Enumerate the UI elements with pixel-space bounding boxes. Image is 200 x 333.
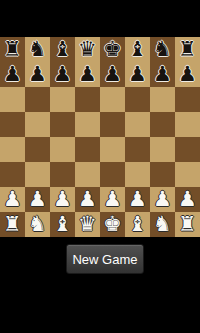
black-bishop: ♝ <box>125 37 150 62</box>
square-d4[interactable] <box>75 137 100 162</box>
white-pawn: ♟ <box>75 187 100 212</box>
black-queen: ♛ <box>75 37 100 62</box>
square-d2[interactable]: ♟ <box>75 187 100 212</box>
square-f5[interactable] <box>125 112 150 137</box>
square-c3[interactable] <box>50 162 75 187</box>
square-f1[interactable]: ♝ <box>125 212 150 237</box>
white-rook: ♜ <box>0 212 25 237</box>
square-g7[interactable]: ♟ <box>150 62 175 87</box>
square-h3[interactable] <box>175 162 200 187</box>
square-f2[interactable]: ♟ <box>125 187 150 212</box>
square-b2[interactable]: ♟ <box>25 187 50 212</box>
square-e5[interactable] <box>100 112 125 137</box>
square-f3[interactable] <box>125 162 150 187</box>
square-c7[interactable]: ♟ <box>50 62 75 87</box>
square-f6[interactable] <box>125 87 150 112</box>
square-a2[interactable]: ♟ <box>0 187 25 212</box>
square-g4[interactable] <box>150 137 175 162</box>
square-e4[interactable] <box>100 137 125 162</box>
square-b6[interactable] <box>25 87 50 112</box>
white-king: ♚ <box>100 212 125 237</box>
black-knight: ♞ <box>25 37 50 62</box>
black-pawn: ♟ <box>175 62 200 87</box>
square-b3[interactable] <box>25 162 50 187</box>
square-e3[interactable] <box>100 162 125 187</box>
square-d5[interactable] <box>75 112 100 137</box>
square-d3[interactable] <box>75 162 100 187</box>
square-d7[interactable]: ♟ <box>75 62 100 87</box>
white-pawn: ♟ <box>175 187 200 212</box>
square-a4[interactable] <box>0 137 25 162</box>
square-b7[interactable]: ♟ <box>25 62 50 87</box>
square-b8[interactable]: ♞ <box>25 37 50 62</box>
black-rook: ♜ <box>0 37 25 62</box>
square-g6[interactable] <box>150 87 175 112</box>
white-pawn: ♟ <box>25 187 50 212</box>
square-c8[interactable]: ♝ <box>50 37 75 62</box>
square-b5[interactable] <box>25 112 50 137</box>
square-c6[interactable] <box>50 87 75 112</box>
black-pawn: ♟ <box>0 62 25 87</box>
square-d1[interactable]: ♛ <box>75 212 100 237</box>
square-c4[interactable] <box>50 137 75 162</box>
black-pawn: ♟ <box>75 62 100 87</box>
white-pawn: ♟ <box>50 187 75 212</box>
black-pawn: ♟ <box>25 62 50 87</box>
square-c1[interactable]: ♝ <box>50 212 75 237</box>
square-a5[interactable] <box>0 112 25 137</box>
white-pawn: ♟ <box>125 187 150 212</box>
white-knight: ♞ <box>25 212 50 237</box>
black-pawn: ♟ <box>150 62 175 87</box>
square-f4[interactable] <box>125 137 150 162</box>
black-pawn: ♟ <box>125 62 150 87</box>
square-g5[interactable] <box>150 112 175 137</box>
square-h4[interactable] <box>175 137 200 162</box>
square-a8[interactable]: ♜ <box>0 37 25 62</box>
white-rook: ♜ <box>175 212 200 237</box>
app-screen: ♜♞♝♛♚♝♞♜♟♟♟♟♟♟♟♟♟♟♟♟♟♟♟♟♜♞♝♛♚♝♞♜ New Gam… <box>0 0 200 333</box>
square-a1[interactable]: ♜ <box>0 212 25 237</box>
square-g1[interactable]: ♞ <box>150 212 175 237</box>
square-e8[interactable]: ♚ <box>100 37 125 62</box>
square-c5[interactable] <box>50 112 75 137</box>
white-queen: ♛ <box>75 212 100 237</box>
square-e2[interactable]: ♟ <box>100 187 125 212</box>
square-e1[interactable]: ♚ <box>100 212 125 237</box>
chess-board: ♜♞♝♛♚♝♞♜♟♟♟♟♟♟♟♟♟♟♟♟♟♟♟♟♜♞♝♛♚♝♞♜ <box>0 37 200 237</box>
square-d8[interactable]: ♛ <box>75 37 100 62</box>
square-f8[interactable]: ♝ <box>125 37 150 62</box>
square-h6[interactable] <box>175 87 200 112</box>
black-pawn: ♟ <box>100 62 125 87</box>
square-h8[interactable]: ♜ <box>175 37 200 62</box>
white-bishop: ♝ <box>50 212 75 237</box>
new-game-button[interactable]: New Game <box>66 244 144 274</box>
square-h1[interactable]: ♜ <box>175 212 200 237</box>
square-h5[interactable] <box>175 112 200 137</box>
square-f7[interactable]: ♟ <box>125 62 150 87</box>
black-knight: ♞ <box>150 37 175 62</box>
square-e7[interactable]: ♟ <box>100 62 125 87</box>
white-pawn: ♟ <box>100 187 125 212</box>
white-pawn: ♟ <box>150 187 175 212</box>
square-a3[interactable] <box>0 162 25 187</box>
white-knight: ♞ <box>150 212 175 237</box>
square-h7[interactable]: ♟ <box>175 62 200 87</box>
square-g8[interactable]: ♞ <box>150 37 175 62</box>
white-bishop: ♝ <box>125 212 150 237</box>
black-rook: ♜ <box>175 37 200 62</box>
square-b1[interactable]: ♞ <box>25 212 50 237</box>
square-b4[interactable] <box>25 137 50 162</box>
square-c2[interactable]: ♟ <box>50 187 75 212</box>
square-e6[interactable] <box>100 87 125 112</box>
square-g3[interactable] <box>150 162 175 187</box>
square-g2[interactable]: ♟ <box>150 187 175 212</box>
square-a7[interactable]: ♟ <box>0 62 25 87</box>
square-a6[interactable] <box>0 87 25 112</box>
black-bishop: ♝ <box>50 37 75 62</box>
white-pawn: ♟ <box>0 187 25 212</box>
black-king: ♚ <box>100 37 125 62</box>
black-pawn: ♟ <box>50 62 75 87</box>
square-h2[interactable]: ♟ <box>175 187 200 212</box>
square-d6[interactable] <box>75 87 100 112</box>
